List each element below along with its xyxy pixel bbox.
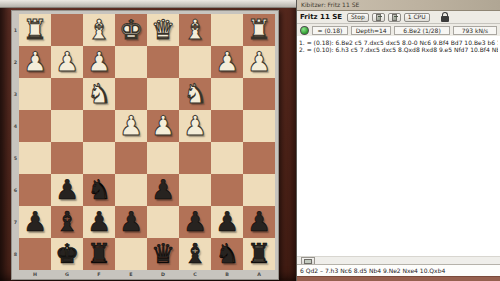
piece-wN[interactable]: ♞ [179, 78, 211, 110]
square-a2[interactable]: ♟ [243, 46, 275, 78]
evaluation-box: = (0.18) [312, 26, 348, 35]
engine-hint-icon [392, 14, 397, 21]
square-d5[interactable] [147, 142, 179, 174]
square-c3[interactable]: ♞ [179, 78, 211, 110]
piece-bP[interactable]: ♟ [51, 174, 83, 206]
square-f8[interactable]: ♜ [83, 238, 115, 270]
piece-wK[interactable]: ♚ [115, 14, 147, 46]
square-f5[interactable] [83, 142, 115, 174]
engine-panel: Kibitzer: Fritz 11 SE Fritz 11 SE Stop 1… [296, 0, 500, 281]
square-c4[interactable]: ♟ [179, 110, 211, 142]
hint-button-1[interactable] [372, 13, 385, 22]
piece-wN[interactable]: ♞ [83, 78, 115, 110]
board-squares: ♜♝♚♛♝♜♟♟♟♟♟♞♞♟♟♟♟♞♟♟♝♟♟♟♟♟♚♜♛♝♞♜ [19, 14, 275, 270]
square-d8[interactable]: ♛ [147, 238, 179, 270]
square-g6[interactable]: ♟ [51, 174, 83, 206]
piece-wB[interactable]: ♝ [83, 14, 115, 46]
square-g7[interactable]: ♝ [51, 206, 83, 238]
square-a5[interactable] [243, 142, 275, 174]
square-c2[interactable] [179, 46, 211, 78]
file-label-f: F [86, 271, 112, 277]
square-d1[interactable]: ♛ [147, 14, 179, 46]
square-c8[interactable]: ♝ [179, 238, 211, 270]
rank-label-5: 5 [13, 145, 19, 171]
rank-label-1: 1 [13, 17, 19, 43]
piece-bK[interactable]: ♚ [51, 238, 83, 270]
square-d7[interactable] [147, 206, 179, 238]
square-c6[interactable] [179, 174, 211, 206]
cpu-button[interactable]: 1 CPU [404, 13, 430, 22]
square-f7[interactable]: ♟ [83, 206, 115, 238]
square-f1[interactable]: ♝ [83, 14, 115, 46]
square-f3[interactable]: ♞ [83, 78, 115, 110]
piece-wP[interactable]: ♟ [51, 46, 83, 78]
stop-button[interactable]: Stop [347, 13, 369, 22]
piece-bP[interactable]: ♟ [243, 206, 275, 238]
square-f4[interactable] [83, 110, 115, 142]
rank-label-6: 6 [13, 177, 19, 203]
square-h2[interactable]: ♟ [19, 46, 51, 78]
square-e2[interactable] [115, 46, 147, 78]
piece-bQ[interactable]: ♛ [147, 238, 179, 270]
square-b8[interactable]: ♞ [211, 238, 243, 270]
square-b5[interactable] [211, 142, 243, 174]
analysis-line-1[interactable]: 1. = (0.18): 6.Be2 c5 7.dxc5 dxc5 8.0-0 … [299, 39, 498, 46]
file-label-e: E [118, 271, 144, 277]
square-e7[interactable]: ♟ [115, 206, 147, 238]
square-b3[interactable] [211, 78, 243, 110]
file-label-g: G [54, 271, 80, 277]
piece-wP[interactable]: ♟ [243, 46, 275, 78]
square-c5[interactable] [179, 142, 211, 174]
square-c1[interactable]: ♝ [179, 14, 211, 46]
piece-wR[interactable]: ♜ [243, 14, 275, 46]
square-a6[interactable] [243, 174, 275, 206]
square-h8[interactable] [19, 238, 51, 270]
square-b2[interactable]: ♟ [211, 46, 243, 78]
piece-wB[interactable]: ♝ [179, 14, 211, 46]
square-h3[interactable] [19, 78, 51, 110]
panel-bottom-edge [297, 276, 500, 281]
engine-running-led-icon [300, 26, 309, 35]
piece-wP[interactable]: ♟ [147, 110, 179, 142]
square-d6[interactable]: ♟ [147, 174, 179, 206]
piece-bR[interactable]: ♜ [83, 238, 115, 270]
square-b6[interactable] [211, 174, 243, 206]
square-f6[interactable]: ♞ [83, 174, 115, 206]
square-e1[interactable]: ♚ [115, 14, 147, 46]
square-a8[interactable]: ♜ [243, 238, 275, 270]
fritz-screenshot: 12345678 ♜♝♚♛♝♜♟♟♟♟♟♞♞♟♟♟♟♞♟♟♝♟♟♟♟♟♚♜♛♝♞… [0, 0, 500, 281]
square-a4[interactable] [243, 110, 275, 142]
square-e8[interactable] [115, 238, 147, 270]
square-e5[interactable] [115, 142, 147, 174]
chess-board: 12345678 ♜♝♚♛♝♜♟♟♟♟♟♞♞♟♟♟♟♞♟♟♝♟♟♟♟♟♚♜♛♝♞… [11, 10, 279, 280]
file-label-d: D [150, 271, 176, 277]
square-b7[interactable]: ♟ [211, 206, 243, 238]
board-thumbnail-icon [304, 259, 312, 264]
piece-bB[interactable]: ♝ [51, 206, 83, 238]
piece-wP[interactable]: ♟ [19, 46, 51, 78]
square-f2[interactable]: ♟ [83, 46, 115, 78]
file-labels: HGFEDCBA [19, 270, 275, 278]
board-window: 12345678 ♜♝♚♛♝♜♟♟♟♟♟♞♞♟♟♟♟♞♟♟♝♟♟♟♟♟♚♜♛♝♞… [0, 0, 296, 281]
lock-icon[interactable] [441, 16, 449, 22]
piece-bN[interactable]: ♞ [211, 238, 243, 270]
square-e3[interactable] [115, 78, 147, 110]
square-e6[interactable] [115, 174, 147, 206]
piece-bP[interactable]: ♟ [179, 206, 211, 238]
piece-bP[interactable]: ♟ [211, 206, 243, 238]
hint-button-2[interactable] [388, 13, 401, 22]
speed-box: 793 kN/s [453, 26, 497, 35]
piece-bR[interactable]: ♜ [243, 238, 275, 270]
analysis-line-2[interactable]: 2. = (0.10): 6.h3 c5 7.dxc5 dxc5 8.Qxd8 … [299, 46, 498, 53]
square-a7[interactable]: ♟ [243, 206, 275, 238]
piece-bP[interactable]: ♟ [147, 174, 179, 206]
piece-bB[interactable]: ♝ [179, 238, 211, 270]
piece-wP[interactable]: ♟ [211, 46, 243, 78]
square-h7[interactable]: ♟ [19, 206, 51, 238]
piece-wR[interactable]: ♜ [19, 14, 51, 46]
piece-bP[interactable]: ♟ [115, 206, 147, 238]
piece-wP[interactable]: ♟ [83, 46, 115, 78]
square-g3[interactable] [51, 78, 83, 110]
square-d3[interactable] [147, 78, 179, 110]
square-a1[interactable]: ♜ [243, 14, 275, 46]
rank-label-7: 7 [13, 209, 19, 235]
engine-toolbar: Fritz 11 SE Stop 1 CPU [297, 11, 500, 24]
square-c7[interactable]: ♟ [179, 206, 211, 238]
rank-labels: 12345678 [12, 14, 19, 270]
depth-box: Depth=14 [351, 26, 391, 35]
square-d4[interactable]: ♟ [147, 110, 179, 142]
square-h6[interactable] [19, 174, 51, 206]
square-g5[interactable] [51, 142, 83, 174]
piece-wP[interactable]: ♟ [179, 110, 211, 142]
engine-panel-title: Kibitzer: Fritz 11 SE [297, 0, 500, 11]
file-label-b: B [214, 271, 240, 277]
rank-label-4: 4 [13, 113, 19, 139]
rank-label-3: 3 [13, 81, 19, 107]
square-g8[interactable]: ♚ [51, 238, 83, 270]
window-top-strip [0, 0, 296, 8]
square-d2[interactable] [147, 46, 179, 78]
square-g2[interactable]: ♟ [51, 46, 83, 78]
piece-wQ[interactable]: ♛ [147, 14, 179, 46]
square-b4[interactable] [211, 110, 243, 142]
engine-hint-icon [376, 14, 381, 21]
square-h1[interactable]: ♜ [19, 14, 51, 46]
square-h5[interactable] [19, 142, 51, 174]
piece-bP[interactable]: ♟ [83, 206, 115, 238]
engine-name-label[interactable]: Fritz 11 SE [300, 13, 342, 21]
file-label-a: A [246, 271, 272, 277]
analysis-lines: 1. = (0.18): 6.Be2 c5 7.dxc5 dxc5 8.0-0 … [297, 36, 500, 257]
piece-bP[interactable]: ♟ [19, 206, 51, 238]
current-move-box: 6.Be2 (1/28) [394, 26, 450, 35]
file-label-c: C [182, 271, 208, 277]
piece-bN[interactable]: ♞ [83, 174, 115, 206]
file-label-h: H [22, 271, 48, 277]
rank-label-2: 2 [13, 49, 19, 75]
square-g1[interactable] [51, 14, 83, 46]
square-h4[interactable] [19, 110, 51, 142]
square-g4[interactable] [51, 110, 83, 142]
piece-wP[interactable]: ♟ [115, 110, 147, 142]
square-e4[interactable]: ♟ [115, 110, 147, 142]
square-b1[interactable] [211, 14, 243, 46]
rank-label-8: 8 [13, 241, 19, 267]
square-a3[interactable] [243, 78, 275, 110]
